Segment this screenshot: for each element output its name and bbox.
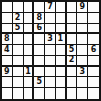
cell-r2c7[interactable] (67, 13, 78, 24)
cell-r4c1[interactable]: 8 (2, 34, 13, 45)
cell-r6c1[interactable] (2, 56, 13, 67)
cell-r8c7[interactable] (67, 77, 78, 88)
cell-r3c2[interactable]: 5 (13, 24, 24, 35)
cell-r7c5[interactable] (45, 67, 56, 78)
cell-r3c5[interactable] (45, 24, 56, 35)
cell-r5c2[interactable] (13, 45, 24, 56)
cell-r9c1[interactable] (2, 88, 13, 99)
cell-r5c7[interactable]: 5 (67, 45, 78, 56)
cell-r5c5[interactable] (45, 45, 56, 56)
cell-r4c6[interactable]: 1 (56, 34, 67, 45)
cell-r8c1[interactable] (2, 77, 13, 88)
cell-r4c9[interactable] (88, 34, 99, 45)
cell-r2c6[interactable] (56, 13, 67, 24)
cell-r4c8[interactable] (77, 34, 88, 45)
cell-r8c9[interactable] (88, 77, 99, 88)
cell-r1c4[interactable] (34, 2, 45, 13)
cell-r6c7[interactable]: 2 (67, 56, 78, 67)
cell-r3c3[interactable] (24, 24, 35, 35)
cell-r8c8[interactable] (77, 77, 88, 88)
cell-r1c3[interactable] (24, 2, 35, 13)
cell-r3c6[interactable] (56, 24, 67, 35)
cell-r1c2[interactable] (13, 2, 24, 13)
cell-r6c8[interactable] (77, 56, 88, 67)
cell-r6c9[interactable] (88, 56, 99, 67)
cell-r9c4[interactable] (34, 88, 45, 99)
sudoku-board: 79285683145629135 (0, 0, 101, 101)
cell-r6c4[interactable] (34, 56, 45, 67)
cell-r7c1[interactable]: 9 (2, 67, 13, 78)
cell-r7c7[interactable] (67, 67, 78, 78)
cell-r4c4[interactable] (34, 34, 45, 45)
cell-r5c1[interactable]: 4 (2, 45, 13, 56)
cell-r6c2[interactable] (13, 56, 24, 67)
cell-r8c4[interactable]: 5 (34, 77, 45, 88)
cell-r9c9[interactable] (88, 88, 99, 99)
cell-r5c4[interactable] (34, 45, 45, 56)
cell-r2c1[interactable] (2, 13, 13, 24)
cell-r3c9[interactable] (88, 24, 99, 35)
cell-r6c5[interactable] (45, 56, 56, 67)
cell-r1c1[interactable] (2, 2, 13, 13)
cell-r2c4[interactable]: 8 (34, 13, 45, 24)
cell-r1c6[interactable] (56, 2, 67, 13)
cell-r1c8[interactable]: 9 (77, 2, 88, 13)
cell-r7c6[interactable] (56, 67, 67, 78)
cell-r7c2[interactable] (13, 67, 24, 78)
cell-r4c3[interactable] (24, 34, 35, 45)
cell-r3c8[interactable] (77, 24, 88, 35)
cell-r4c2[interactable] (13, 34, 24, 45)
cell-r2c3[interactable] (24, 13, 35, 24)
cell-r7c9[interactable] (88, 67, 99, 78)
cell-r8c6[interactable] (56, 77, 67, 88)
cell-r6c3[interactable] (24, 56, 35, 67)
cell-r8c5[interactable] (45, 77, 56, 88)
cell-r9c3[interactable] (24, 88, 35, 99)
cell-r7c4[interactable] (34, 67, 45, 78)
cell-r3c7[interactable] (67, 24, 78, 35)
cell-r8c2[interactable] (13, 77, 24, 88)
cell-r7c8[interactable]: 3 (77, 67, 88, 78)
cell-r4c5[interactable]: 3 (45, 34, 56, 45)
cell-r5c9[interactable]: 6 (88, 45, 99, 56)
cell-r1c5[interactable]: 7 (45, 2, 56, 13)
cell-r9c8[interactable] (77, 88, 88, 99)
cell-r5c6[interactable] (56, 45, 67, 56)
cell-r9c5[interactable] (45, 88, 56, 99)
cell-r9c7[interactable] (67, 88, 78, 99)
cell-r5c3[interactable] (24, 45, 35, 56)
cell-r5c8[interactable] (77, 45, 88, 56)
cell-r9c6[interactable] (56, 88, 67, 99)
cell-r3c1[interactable] (2, 24, 13, 35)
cell-r2c5[interactable] (45, 13, 56, 24)
cell-r7c3[interactable]: 1 (24, 67, 35, 78)
cell-r1c7[interactable] (67, 2, 78, 13)
cell-r8c3[interactable] (24, 77, 35, 88)
cell-r2c9[interactable] (88, 13, 99, 24)
cell-r1c9[interactable] (88, 2, 99, 13)
cell-r6c6[interactable] (56, 56, 67, 67)
cell-r2c8[interactable] (77, 13, 88, 24)
cell-r2c2[interactable]: 2 (13, 13, 24, 24)
cell-r3c4[interactable]: 6 (34, 24, 45, 35)
cell-r9c2[interactable] (13, 88, 24, 99)
cell-r4c7[interactable] (67, 34, 78, 45)
